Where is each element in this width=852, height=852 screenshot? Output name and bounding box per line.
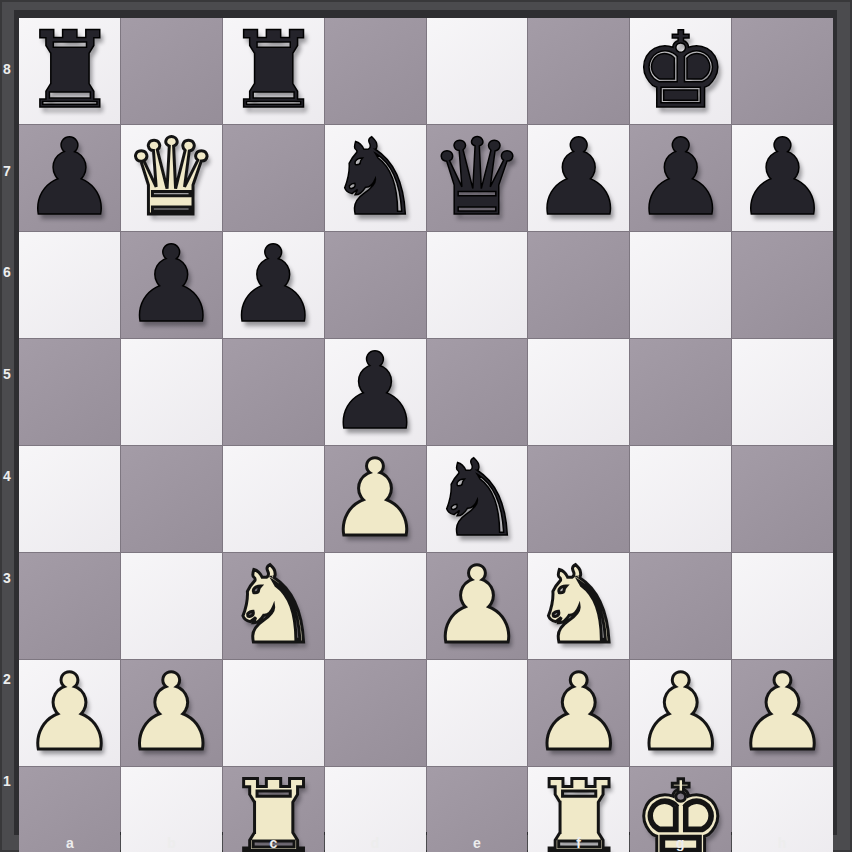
rank-label: 6 bbox=[0, 222, 14, 324]
piece-white-pawn: ♟ bbox=[22, 660, 117, 766]
square-h5[interactable] bbox=[732, 339, 833, 445]
piece-black-pawn: ♟ bbox=[735, 125, 830, 231]
chess-board: ♜♜♚♟♛♞♛♟♟♟♟♟♟♟♞♞♟♞♟♟♟♟♟♜♜♚ bbox=[19, 18, 833, 832]
piece-white-knight: ♞ bbox=[531, 553, 626, 659]
square-b6[interactable]: ♟ bbox=[121, 232, 222, 338]
square-e8[interactable] bbox=[427, 18, 528, 124]
square-g4[interactable] bbox=[630, 446, 731, 552]
square-a4[interactable] bbox=[19, 446, 120, 552]
file-label: a bbox=[19, 835, 121, 851]
piece-black-pawn: ♟ bbox=[124, 232, 219, 338]
file-label: f bbox=[528, 835, 630, 851]
square-f5[interactable] bbox=[528, 339, 629, 445]
piece-black-knight: ♞ bbox=[429, 446, 524, 552]
square-a5[interactable] bbox=[19, 339, 120, 445]
rank-label: 4 bbox=[0, 425, 14, 527]
board-recess: ♜♜♚♟♛♞♛♟♟♟♟♟♟♟♞♞♟♞♟♟♟♟♟♜♜♚ bbox=[14, 10, 837, 835]
square-c6[interactable]: ♟ bbox=[223, 232, 324, 338]
file-label: e bbox=[426, 835, 528, 851]
file-label: d bbox=[324, 835, 426, 851]
square-f6[interactable] bbox=[528, 232, 629, 338]
square-f3[interactable]: ♞ bbox=[528, 553, 629, 659]
square-h8[interactable] bbox=[732, 18, 833, 124]
square-f8[interactable] bbox=[528, 18, 629, 124]
piece-white-pawn: ♟ bbox=[124, 660, 219, 766]
file-labels: abcdefgh bbox=[19, 835, 833, 851]
square-b4[interactable] bbox=[121, 446, 222, 552]
rank-label: 5 bbox=[0, 323, 14, 425]
square-f7[interactable]: ♟ bbox=[528, 125, 629, 231]
file-label: h bbox=[731, 835, 833, 851]
square-g5[interactable] bbox=[630, 339, 731, 445]
square-d5[interactable]: ♟ bbox=[325, 339, 426, 445]
file-label: b bbox=[121, 835, 223, 851]
square-b5[interactable] bbox=[121, 339, 222, 445]
rank-label: 2 bbox=[0, 629, 14, 731]
square-h7[interactable]: ♟ bbox=[732, 125, 833, 231]
square-d6[interactable] bbox=[325, 232, 426, 338]
square-d3[interactable] bbox=[325, 553, 426, 659]
square-e4[interactable]: ♞ bbox=[427, 446, 528, 552]
square-d4[interactable]: ♟ bbox=[325, 446, 426, 552]
square-h4[interactable] bbox=[732, 446, 833, 552]
square-a7[interactable]: ♟ bbox=[19, 125, 120, 231]
square-f4[interactable] bbox=[528, 446, 629, 552]
piece-black-rook: ♜ bbox=[226, 18, 321, 124]
square-c3[interactable]: ♞ bbox=[223, 553, 324, 659]
piece-black-pawn: ♟ bbox=[226, 232, 321, 338]
rank-label: 1 bbox=[0, 730, 14, 832]
square-a6[interactable] bbox=[19, 232, 120, 338]
square-b7[interactable]: ♛ bbox=[121, 125, 222, 231]
piece-black-queen: ♛ bbox=[429, 125, 524, 231]
piece-black-knight: ♞ bbox=[328, 125, 423, 231]
square-d7[interactable]: ♞ bbox=[325, 125, 426, 231]
square-b2[interactable]: ♟ bbox=[121, 660, 222, 766]
square-e7[interactable]: ♛ bbox=[427, 125, 528, 231]
square-b8[interactable] bbox=[121, 18, 222, 124]
piece-black-king: ♚ bbox=[633, 18, 728, 124]
piece-black-pawn: ♟ bbox=[531, 125, 626, 231]
piece-white-pawn: ♟ bbox=[429, 553, 524, 659]
piece-white-pawn: ♟ bbox=[531, 660, 626, 766]
square-b3[interactable] bbox=[121, 553, 222, 659]
square-h3[interactable] bbox=[732, 553, 833, 659]
rank-labels: 87654321 bbox=[0, 18, 14, 832]
piece-white-knight: ♞ bbox=[226, 553, 321, 659]
square-c5[interactable] bbox=[223, 339, 324, 445]
piece-black-pawn: ♟ bbox=[22, 125, 117, 231]
file-label: c bbox=[223, 835, 325, 851]
square-e5[interactable] bbox=[427, 339, 528, 445]
piece-white-pawn: ♟ bbox=[735, 660, 830, 766]
square-e6[interactable] bbox=[427, 232, 528, 338]
square-g8[interactable]: ♚ bbox=[630, 18, 731, 124]
rank-label: 7 bbox=[0, 120, 14, 222]
square-c4[interactable] bbox=[223, 446, 324, 552]
square-a8[interactable]: ♜ bbox=[19, 18, 120, 124]
piece-white-queen: ♛ bbox=[124, 125, 219, 231]
piece-black-pawn: ♟ bbox=[328, 339, 423, 445]
square-d8[interactable] bbox=[325, 18, 426, 124]
file-label: g bbox=[630, 835, 732, 851]
square-a2[interactable]: ♟ bbox=[19, 660, 120, 766]
piece-white-pawn: ♟ bbox=[328, 446, 423, 552]
square-f2[interactable]: ♟ bbox=[528, 660, 629, 766]
square-h2[interactable]: ♟ bbox=[732, 660, 833, 766]
square-c8[interactable]: ♜ bbox=[223, 18, 324, 124]
square-g3[interactable] bbox=[630, 553, 731, 659]
square-c7[interactable] bbox=[223, 125, 324, 231]
piece-white-pawn: ♟ bbox=[633, 660, 728, 766]
square-c2[interactable] bbox=[223, 660, 324, 766]
square-g2[interactable]: ♟ bbox=[630, 660, 731, 766]
piece-black-rook: ♜ bbox=[22, 18, 117, 124]
square-h6[interactable] bbox=[732, 232, 833, 338]
piece-black-pawn: ♟ bbox=[633, 125, 728, 231]
square-g6[interactable] bbox=[630, 232, 731, 338]
square-g7[interactable]: ♟ bbox=[630, 125, 731, 231]
chess-board-frame: 87654321 ♜♜♚♟♛♞♛♟♟♟♟♟♟♟♞♞♟♞♟♟♟♟♟♜♜♚ abcd… bbox=[0, 0, 852, 852]
square-a3[interactable] bbox=[19, 553, 120, 659]
rank-label: 8 bbox=[0, 18, 14, 120]
square-d2[interactable] bbox=[325, 660, 426, 766]
rank-label: 3 bbox=[0, 527, 14, 629]
square-e3[interactable]: ♟ bbox=[427, 553, 528, 659]
square-e2[interactable] bbox=[427, 660, 528, 766]
